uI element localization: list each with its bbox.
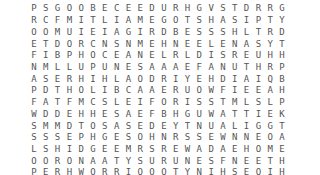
grid-cell[interactable]: H — [229, 26, 241, 38]
grid-cell[interactable]: R — [170, 3, 182, 15]
grid-cell[interactable]: R — [52, 167, 64, 175]
grid-cell[interactable]: A — [99, 155, 111, 167]
grid-cell[interactable]: R — [264, 62, 276, 74]
grid-cell[interactable]: I — [264, 167, 276, 175]
grid-cell[interactable]: H — [63, 167, 75, 175]
grid-cell[interactable]: N — [123, 38, 135, 50]
grid-cell[interactable]: R — [264, 3, 276, 15]
grid-cell[interactable]: A — [123, 73, 135, 85]
grid-cell[interactable]: L — [182, 50, 194, 62]
grid-cell[interactable]: E — [134, 120, 146, 132]
grid-cell[interactable]: M — [134, 38, 146, 50]
grid-cell[interactable]: E — [241, 85, 253, 97]
grid-cell[interactable]: E — [241, 167, 253, 175]
grid-cell[interactable]: W — [205, 85, 217, 97]
grid-cell[interactable]: I — [123, 167, 135, 175]
grid-cell[interactable]: C — [99, 50, 111, 62]
grid-cell[interactable]: E — [134, 3, 146, 15]
grid-cell[interactable]: O — [75, 85, 87, 97]
grid-cell[interactable]: T — [170, 167, 182, 175]
grid-cell[interactable]: E — [193, 73, 205, 85]
grid-cell[interactable]: S — [146, 144, 158, 156]
grid-cell[interactable]: S — [205, 155, 217, 167]
grid-cell[interactable]: E — [158, 120, 170, 132]
grid-cell[interactable]: U — [229, 62, 241, 74]
grid-cell[interactable]: T — [40, 38, 52, 50]
grid-cell[interactable]: M — [134, 15, 146, 27]
grid-cell[interactable]: A — [217, 120, 229, 132]
grid-cell[interactable]: T — [276, 38, 288, 50]
grid-cell[interactable]: U — [99, 62, 111, 74]
grid-cell[interactable]: F — [52, 15, 64, 27]
grid-cell[interactable]: I — [99, 26, 111, 38]
grid-cell[interactable]: U — [252, 50, 264, 62]
grid-cell[interactable]: R — [158, 73, 170, 85]
grid-cell[interactable]: E — [193, 38, 205, 50]
grid-cell[interactable]: F — [193, 62, 205, 74]
grid-cell[interactable]: M — [52, 120, 64, 132]
grid-cell[interactable]: R — [170, 50, 182, 62]
grid-cell[interactable]: N — [193, 167, 205, 175]
grid-cell[interactable]: U — [182, 85, 194, 97]
grid-cell[interactable]: F — [63, 97, 75, 109]
grid-cell[interactable]: I — [75, 15, 87, 27]
grid-cell[interactable]: P — [63, 50, 75, 62]
grid-cell[interactable]: A — [217, 15, 229, 27]
grid-cell[interactable]: H — [252, 62, 264, 74]
grid-cell[interactable]: O — [63, 3, 75, 15]
grid-cell[interactable]: W — [182, 144, 194, 156]
grid-cell[interactable]: E — [123, 62, 135, 74]
grid-cell[interactable]: E — [276, 144, 288, 156]
grid-cell[interactable]: A — [241, 73, 253, 85]
grid-cell[interactable]: L — [52, 62, 64, 74]
grid-cell[interactable]: P — [276, 97, 288, 109]
grid-cell[interactable]: H — [217, 167, 229, 175]
grid-cell[interactable]: H — [99, 73, 111, 85]
grid-cell[interactable]: H — [205, 73, 217, 85]
grid-cell[interactable]: R — [252, 3, 264, 15]
grid-cell[interactable]: U — [75, 62, 87, 74]
grid-cell[interactable]: Q — [264, 73, 276, 85]
grid-cell[interactable]: O — [134, 132, 146, 144]
grid-cell[interactable]: H — [276, 155, 288, 167]
grid-cell[interactable]: O — [158, 97, 170, 109]
grid-cell[interactable]: I — [229, 85, 241, 97]
grid-cell[interactable]: F — [217, 155, 229, 167]
grid-cell[interactable]: H — [170, 108, 182, 120]
grid-cell[interactable]: C — [87, 38, 99, 50]
grid-cell[interactable]: D — [146, 120, 158, 132]
grid-cell[interactable]: D — [63, 120, 75, 132]
grid-cell[interactable]: R — [229, 50, 241, 62]
grid-cell[interactable]: P — [75, 132, 87, 144]
grid-cell[interactable]: G — [123, 26, 135, 38]
grid-cell[interactable]: T — [252, 26, 264, 38]
grid-cell[interactable]: P — [28, 3, 40, 15]
grid-cell[interactable]: M — [52, 26, 64, 38]
grid-cell[interactable]: C — [111, 3, 123, 15]
grid-cell[interactable]: O — [87, 50, 99, 62]
grid-cell[interactable]: S — [123, 120, 135, 132]
grid-cell[interactable]: E — [182, 62, 194, 74]
grid-cell[interactable]: F — [146, 108, 158, 120]
grid-cell[interactable]: H — [87, 132, 99, 144]
grid-cell[interactable]: E — [28, 38, 40, 50]
grid-cell[interactable]: R — [158, 144, 170, 156]
grid-cell[interactable]: R — [264, 26, 276, 38]
grid-cell[interactable]: N — [99, 38, 111, 50]
grid-cell[interactable]: O — [40, 155, 52, 167]
grid-cell[interactable]: R — [75, 38, 87, 50]
grid-cell[interactable]: H — [182, 3, 194, 15]
grid-cell[interactable]: L — [264, 97, 276, 109]
grid-cell[interactable]: I — [241, 15, 253, 27]
grid-cell[interactable]: D — [52, 108, 64, 120]
grid-cell[interactable]: E — [264, 108, 276, 120]
grid-cell[interactable]: K — [276, 108, 288, 120]
grid-cell[interactable]: T — [75, 120, 87, 132]
grid-cell[interactable]: R — [63, 73, 75, 85]
grid-cell[interactable]: V — [205, 3, 217, 15]
grid-cell[interactable]: I — [134, 26, 146, 38]
grid-cell[interactable]: L — [241, 97, 253, 109]
grid-cell[interactable]: B — [170, 26, 182, 38]
grid-cell[interactable]: H — [75, 73, 87, 85]
grid-cell[interactable]: S — [28, 132, 40, 144]
grid-cell[interactable]: T — [111, 155, 123, 167]
grid-cell[interactable]: B — [111, 85, 123, 97]
grid-cell[interactable]: I — [170, 73, 182, 85]
grid-cell[interactable]: N — [229, 155, 241, 167]
grid-cell[interactable]: O — [87, 167, 99, 175]
grid-cell[interactable]: L — [28, 144, 40, 156]
grid-cell[interactable]: A — [146, 85, 158, 97]
grid-cell[interactable]: G — [52, 3, 64, 15]
grid-cell[interactable]: M — [63, 15, 75, 27]
grid-cell[interactable]: O — [63, 38, 75, 50]
grid-cell[interactable]: H — [146, 132, 158, 144]
grid-cell[interactable]: T — [87, 15, 99, 27]
grid-cell[interactable]: F — [146, 97, 158, 109]
grid-cell[interactable]: O — [28, 155, 40, 167]
grid-cell[interactable]: D — [40, 85, 52, 97]
grid-cell[interactable]: R — [134, 144, 146, 156]
grid-cell[interactable]: U — [146, 155, 158, 167]
grid-cell[interactable]: N — [193, 120, 205, 132]
grid-cell[interactable]: S — [229, 15, 241, 27]
grid-cell[interactable]: D — [276, 26, 288, 38]
grid-cell[interactable]: R — [28, 15, 40, 27]
grid-cell[interactable]: E — [99, 3, 111, 15]
grid-cell[interactable]: G — [182, 108, 194, 120]
grid-cell[interactable]: D — [40, 108, 52, 120]
grid-cell[interactable]: E — [134, 108, 146, 120]
grid-cell[interactable]: T — [276, 120, 288, 132]
grid-cell[interactable]: L — [63, 62, 75, 74]
grid-cell[interactable]: S — [205, 97, 217, 109]
grid-cell[interactable]: G — [158, 15, 170, 27]
grid-cell[interactable]: I — [134, 97, 146, 109]
grid-cell[interactable]: A — [111, 120, 123, 132]
grid-cell[interactable]: E — [205, 132, 217, 144]
grid-cell[interactable]: R — [146, 26, 158, 38]
grid-cell[interactable]: I — [111, 15, 123, 27]
grid-cell[interactable]: S — [193, 97, 205, 109]
grid-cell[interactable]: A — [264, 85, 276, 97]
grid-cell[interactable]: S — [205, 26, 217, 38]
grid-cell[interactable]: S — [252, 97, 264, 109]
grid-cell[interactable]: E — [252, 85, 264, 97]
grid-cell[interactable]: O — [146, 167, 158, 175]
grid-cell[interactable]: E — [252, 132, 264, 144]
grid-cell[interactable]: A — [146, 62, 158, 74]
grid-cell[interactable]: L — [99, 15, 111, 27]
grid-cell[interactable]: D — [146, 3, 158, 15]
grid-cell[interactable]: N — [170, 38, 182, 50]
grid-cell[interactable]: A — [40, 97, 52, 109]
grid-cell[interactable]: U — [170, 155, 182, 167]
grid-cell[interactable]: C — [40, 15, 52, 27]
grid-cell[interactable]: I — [252, 73, 264, 85]
grid-cell[interactable]: O — [193, 85, 205, 97]
grid-cell[interactable]: A — [217, 144, 229, 156]
grid-cell[interactable]: H — [276, 167, 288, 175]
grid-cell[interactable]: M — [40, 120, 52, 132]
grid-cell[interactable]: R — [158, 155, 170, 167]
grid-cell[interactable]: W — [28, 108, 40, 120]
grid-cell[interactable]: T — [229, 108, 241, 120]
grid-cell[interactable]: S — [193, 132, 205, 144]
grid-cell[interactable]: T — [217, 97, 229, 109]
grid-cell[interactable]: R — [170, 85, 182, 97]
grid-cell[interactable]: A — [123, 108, 135, 120]
grid-cell[interactable]: E — [87, 26, 99, 38]
grid-cell[interactable]: A — [193, 144, 205, 156]
grid-cell[interactable]: S — [40, 132, 52, 144]
grid-cell[interactable]: I — [229, 73, 241, 85]
grid-cell[interactable]: H — [75, 108, 87, 120]
grid-cell[interactable]: G — [276, 3, 288, 15]
grid-cell[interactable]: E — [111, 144, 123, 156]
grid-cell[interactable]: L — [87, 85, 99, 97]
grid-cell[interactable]: Y — [276, 15, 288, 27]
grid-cell[interactable]: E — [241, 50, 253, 62]
grid-cell[interactable]: E — [217, 38, 229, 50]
grid-cell[interactable]: S — [40, 3, 52, 15]
grid-cell[interactable]: E — [241, 155, 253, 167]
grid-cell[interactable]: E — [182, 26, 194, 38]
grid-cell[interactable]: F — [28, 97, 40, 109]
grid-cell[interactable]: E — [146, 50, 158, 62]
grid-cell[interactable]: T — [52, 85, 64, 97]
grid-cell[interactable]: G — [264, 120, 276, 132]
grid-cell[interactable]: E — [146, 15, 158, 27]
grid-cell[interactable]: B — [87, 3, 99, 15]
grid-cell[interactable]: L — [111, 97, 123, 109]
grid-cell[interactable]: R — [170, 97, 182, 109]
grid-cell[interactable]: H — [205, 15, 217, 27]
grid-cell[interactable]: E — [252, 155, 264, 167]
grid-cell[interactable]: H — [75, 50, 87, 62]
grid-cell[interactable]: L — [205, 38, 217, 50]
grid-cell[interactable]: O — [134, 73, 146, 85]
grid-cell[interactable]: G — [193, 3, 205, 15]
grid-cell[interactable]: D — [158, 26, 170, 38]
grid-cell[interactable]: N — [217, 62, 229, 74]
grid-cell[interactable]: E — [182, 38, 194, 50]
grid-cell[interactable]: E — [193, 155, 205, 167]
grid-cell[interactable]: R — [170, 132, 182, 144]
grid-cell[interactable]: E — [40, 167, 52, 175]
grid-cell[interactable]: S — [134, 62, 146, 74]
grid-cell[interactable]: S — [40, 144, 52, 156]
grid-cell[interactable]: Y — [170, 120, 182, 132]
grid-cell[interactable]: G — [252, 120, 264, 132]
grid-cell[interactable]: H — [87, 108, 99, 120]
grid-cell[interactable]: T — [52, 97, 64, 109]
grid-cell[interactable]: E — [99, 108, 111, 120]
grid-cell[interactable]: O — [252, 167, 264, 175]
grid-cell[interactable]: B — [276, 73, 288, 85]
grid-cell[interactable]: E — [52, 73, 64, 85]
grid-cell[interactable]: S — [28, 120, 40, 132]
grid-cell[interactable]: S — [182, 132, 194, 144]
grid-cell[interactable]: S — [52, 132, 64, 144]
grid-cell[interactable]: O — [170, 15, 182, 27]
grid-cell[interactable]: D — [241, 3, 253, 15]
grid-cell[interactable]: T — [264, 15, 276, 27]
grid-cell[interactable]: S — [99, 97, 111, 109]
grid-cell[interactable]: O — [134, 167, 146, 175]
grid-cell[interactable]: Y — [182, 167, 194, 175]
grid-cell[interactable]: E — [111, 132, 123, 144]
grid-cell[interactable]: D — [146, 73, 158, 85]
grid-cell[interactable]: L — [229, 120, 241, 132]
grid-cell[interactable]: S — [193, 26, 205, 38]
grid-cell[interactable]: E — [63, 108, 75, 120]
grid-cell[interactable]: P — [276, 62, 288, 74]
grid-cell[interactable]: H — [264, 50, 276, 62]
grid-cell[interactable]: D — [217, 73, 229, 85]
grid-cell[interactable]: A — [241, 38, 253, 50]
grid-cell[interactable]: S — [193, 15, 205, 27]
grid-cell[interactable]: N — [134, 50, 146, 62]
grid-cell[interactable]: S — [123, 132, 135, 144]
grid-cell[interactable]: E — [146, 38, 158, 50]
grid-cell[interactable]: D — [75, 144, 87, 156]
grid-cell[interactable]: A — [87, 155, 99, 167]
grid-cell[interactable]: I — [75, 26, 87, 38]
grid-cell[interactable]: I — [63, 144, 75, 156]
grid-cell[interactable]: U — [193, 108, 205, 120]
grid-cell[interactable]: O — [63, 155, 75, 167]
grid-cell[interactable]: A — [170, 62, 182, 74]
grid-cell[interactable]: I — [182, 97, 194, 109]
grid-cell[interactable]: C — [123, 85, 135, 97]
grid-cell[interactable]: E — [123, 97, 135, 109]
grid-cell[interactable]: S — [40, 73, 52, 85]
grid-cell[interactable]: A — [111, 26, 123, 38]
grid-cell[interactable]: H — [63, 85, 75, 97]
grid-cell[interactable]: E — [170, 144, 182, 156]
grid-cell[interactable]: A — [276, 132, 288, 144]
grid-cell[interactable]: U — [63, 26, 75, 38]
grid-cell[interactable]: Y — [264, 38, 276, 50]
grid-cell[interactable]: A — [134, 85, 146, 97]
grid-cell[interactable]: M — [123, 144, 135, 156]
grid-cell[interactable]: A — [123, 50, 135, 62]
grid-cell[interactable]: H — [158, 38, 170, 50]
grid-cell[interactable]: E — [229, 144, 241, 156]
grid-cell[interactable]: E — [99, 144, 111, 156]
grid-cell[interactable]: M — [75, 97, 87, 109]
grid-cell[interactable]: A — [28, 73, 40, 85]
grid-cell[interactable]: Y — [123, 155, 135, 167]
grid-cell[interactable]: C — [87, 97, 99, 109]
grid-cell[interactable]: T — [241, 62, 253, 74]
grid-cell[interactable]: D — [52, 38, 64, 50]
grid-cell[interactable]: W — [205, 108, 217, 120]
grid-cell[interactable]: S — [229, 167, 241, 175]
grid-cell[interactable]: T — [182, 15, 194, 27]
grid-cell[interactable]: N — [75, 155, 87, 167]
grid-cell[interactable]: D — [205, 144, 217, 156]
grid-cell[interactable]: N — [229, 38, 241, 50]
grid-cell[interactable]: A — [205, 62, 217, 74]
grid-cell[interactable]: I — [99, 85, 111, 97]
grid-cell[interactable]: F — [28, 50, 40, 62]
grid-cell[interactable]: T — [182, 120, 194, 132]
grid-cell[interactable]: S — [99, 120, 111, 132]
grid-cell[interactable]: R — [52, 155, 64, 167]
grid-cell[interactable]: P — [252, 15, 264, 27]
grid-cell[interactable]: F — [217, 85, 229, 97]
grid-cell[interactable]: O — [252, 144, 264, 156]
grid-cell[interactable]: H — [241, 144, 253, 156]
grid-cell[interactable]: N — [229, 132, 241, 144]
grid-cell[interactable]: O — [87, 120, 99, 132]
grid-cell[interactable]: I — [87, 73, 99, 85]
grid-cell[interactable]: H — [52, 144, 64, 156]
grid-cell[interactable]: A — [217, 108, 229, 120]
grid-cell[interactable]: T — [241, 108, 253, 120]
grid-cell[interactable]: O — [158, 167, 170, 175]
grid-cell[interactable]: L — [111, 73, 123, 85]
grid-cell[interactable]: G — [99, 132, 111, 144]
grid-cell[interactable]: E — [111, 50, 123, 62]
grid-cell[interactable]: E — [63, 132, 75, 144]
grid-cell[interactable]: L — [241, 26, 253, 38]
grid-cell[interactable]: H — [276, 50, 288, 62]
grid-cell[interactable]: S — [111, 38, 123, 50]
grid-cell[interactable]: O — [28, 26, 40, 38]
grid-cell[interactable]: I — [205, 167, 217, 175]
grid-cell[interactable]: N — [111, 62, 123, 74]
grid-cell[interactable]: U — [205, 120, 217, 132]
grid-cell[interactable]: S — [134, 155, 146, 167]
grid-cell[interactable]: E — [158, 85, 170, 97]
grid-cell[interactable]: B — [158, 108, 170, 120]
grid-cell[interactable]: B — [52, 50, 64, 62]
grid-cell[interactable]: O — [40, 26, 52, 38]
grid-cell[interactable]: N — [241, 132, 253, 144]
grid-cell[interactable]: I — [241, 120, 253, 132]
grid-cell[interactable]: G — [87, 144, 99, 156]
grid-cell[interactable]: N — [28, 62, 40, 74]
grid-cell[interactable]: Y — [182, 73, 194, 85]
grid-cell[interactable]: A — [158, 62, 170, 74]
